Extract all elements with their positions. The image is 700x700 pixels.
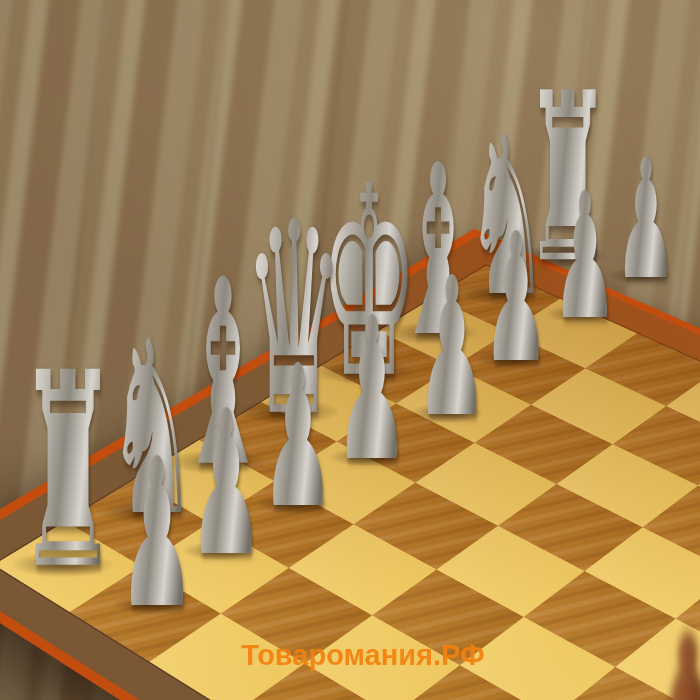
piece-silver-pawn-c2: ♟ bbox=[261, 340, 335, 536]
watermark-text: Товаромания.РФ bbox=[241, 639, 484, 672]
piece-silver-pawn-f2: ♟ bbox=[482, 210, 549, 388]
piece-silver-pawn-a2: ♟ bbox=[118, 432, 196, 637]
piece-silver-pawn-g2: ♟ bbox=[552, 169, 618, 343]
piece-silver-pawn-b2: ♟ bbox=[188, 384, 264, 584]
piece-silver-rook-a1: ♜ bbox=[17, 339, 119, 607]
piece-silver-pawn-e2: ♟ bbox=[416, 253, 489, 445]
photo-scene: ♜♞♝♛♚♝♞♜♟♟♟♟♟♟♟♟♟ Товаромания.РФ bbox=[0, 0, 700, 700]
piece-silver-pawn-d2: ♟ bbox=[334, 292, 409, 489]
piece-silver-pawn-h2: ♟ bbox=[615, 137, 678, 303]
piece-copper-pawn-foreground: ♟ bbox=[639, 603, 700, 700]
